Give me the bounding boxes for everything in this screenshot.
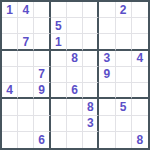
sudoku-cell-r3c3[interactable] [34,34,50,50]
sudoku-cell-r2c9[interactable] [132,18,148,34]
sudoku-cell-r3c4[interactable]: 1 [51,34,67,50]
sudoku-board: 1425718347949685368 [0,0,150,150]
sudoku-cell-r5c1[interactable] [2,67,18,83]
sudoku-cell-r8c2[interactable] [18,116,34,132]
sudoku-cell-r6c8[interactable] [116,83,132,99]
sudoku-cell-r6c5[interactable]: 6 [67,83,83,99]
sudoku-cell-r1c5[interactable] [67,2,83,18]
sudoku-cell-r3c7[interactable] [99,34,115,50]
sudoku-cell-r2c8[interactable] [116,18,132,34]
sudoku-cell-r7c3[interactable] [34,99,50,115]
sudoku-cell-r2c1[interactable] [2,18,18,34]
sudoku-cell-r4c6[interactable] [83,51,99,67]
sudoku-cell-r8c6[interactable]: 3 [83,116,99,132]
sudoku-cell-r4c3[interactable] [34,51,50,67]
sudoku-cell-r8c5[interactable] [67,116,83,132]
sudoku-cell-r5c7[interactable]: 9 [99,67,115,83]
sudoku-cell-r5c4[interactable] [51,67,67,83]
sudoku-cell-r7c1[interactable] [2,99,18,115]
sudoku-cell-r6c7[interactable] [99,83,115,99]
sudoku-cell-r6c6[interactable] [83,83,99,99]
sudoku-cell-r5c9[interactable] [132,67,148,83]
sudoku-cell-r4c4[interactable] [51,51,67,67]
sudoku-cell-r6c9[interactable] [132,83,148,99]
sudoku-cell-r9c3[interactable]: 6 [34,132,50,148]
sudoku-cell-r2c5[interactable] [67,18,83,34]
sudoku-cell-r2c6[interactable] [83,18,99,34]
sudoku-cell-r4c2[interactable] [18,51,34,67]
sudoku-cell-r6c2[interactable] [18,83,34,99]
sudoku-cell-r1c9[interactable] [132,2,148,18]
sudoku-cell-r4c1[interactable] [2,51,18,67]
sudoku-cell-r2c2[interactable] [18,18,34,34]
sudoku-cell-r9c9[interactable]: 8 [132,132,148,148]
sudoku-cell-r4c8[interactable] [116,51,132,67]
sudoku-cell-r5c3[interactable]: 7 [34,67,50,83]
sudoku-cell-r7c9[interactable] [132,99,148,115]
sudoku-cell-r8c3[interactable] [34,116,50,132]
sudoku-cell-r7c2[interactable] [18,99,34,115]
sudoku-cell-r9c7[interactable] [99,132,115,148]
sudoku-cell-r1c7[interactable] [99,2,115,18]
sudoku-cell-r3c8[interactable] [116,34,132,50]
sudoku-cell-r7c4[interactable] [51,99,67,115]
sudoku-cell-r1c8[interactable]: 2 [116,2,132,18]
sudoku-cell-r3c6[interactable] [83,34,99,50]
sudoku-cell-r7c8[interactable]: 5 [116,99,132,115]
sudoku-cell-r4c5[interactable]: 8 [67,51,83,67]
sudoku-cell-r6c1[interactable]: 4 [2,83,18,99]
sudoku-cell-r3c1[interactable] [2,34,18,50]
sudoku-cell-r9c4[interactable] [51,132,67,148]
sudoku-cell-r8c8[interactable] [116,116,132,132]
sudoku-cell-r4c7[interactable]: 3 [99,51,115,67]
sudoku-cell-r9c2[interactable] [18,132,34,148]
sudoku-cell-r1c2[interactable]: 4 [18,2,34,18]
sudoku-cell-r1c3[interactable] [34,2,50,18]
sudoku-cell-r5c2[interactable] [18,67,34,83]
sudoku-cell-r8c4[interactable] [51,116,67,132]
sudoku-cell-r8c7[interactable] [99,116,115,132]
sudoku-cell-r3c5[interactable] [67,34,83,50]
sudoku-cell-r2c7[interactable] [99,18,115,34]
sudoku-cell-r8c1[interactable] [2,116,18,132]
sudoku-cell-r2c4[interactable]: 5 [51,18,67,34]
sudoku-cell-r3c2[interactable]: 7 [18,34,34,50]
sudoku-cell-r7c5[interactable] [67,99,83,115]
sudoku-cell-r3c9[interactable] [132,34,148,50]
sudoku-cell-r6c3[interactable]: 9 [34,83,50,99]
sudoku-cell-r9c1[interactable] [2,132,18,148]
sudoku-cell-r9c5[interactable] [67,132,83,148]
sudoku-cell-r1c6[interactable] [83,2,99,18]
sudoku-cell-r4c9[interactable]: 4 [132,51,148,67]
sudoku-cell-r1c1[interactable]: 1 [2,2,18,18]
sudoku-cell-r5c8[interactable] [116,67,132,83]
sudoku-cell-r5c6[interactable] [83,67,99,83]
sudoku-cell-r5c5[interactable] [67,67,83,83]
sudoku-cell-r7c6[interactable]: 8 [83,99,99,115]
sudoku-cell-r1c4[interactable] [51,2,67,18]
sudoku-cell-r7c7[interactable] [99,99,115,115]
sudoku-cell-r6c4[interactable] [51,83,67,99]
sudoku-cell-r2c3[interactable] [34,18,50,34]
sudoku-cell-r9c6[interactable] [83,132,99,148]
sudoku-cell-r8c9[interactable] [132,116,148,132]
sudoku-cell-r9c8[interactable] [116,132,132,148]
